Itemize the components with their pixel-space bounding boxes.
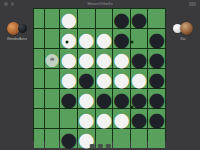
board-cell[interactable]: ● xyxy=(60,129,77,148)
white-disc: ● xyxy=(96,110,113,129)
star-point xyxy=(65,106,68,109)
board-cell[interactable]: ● xyxy=(131,109,148,128)
board-cell[interactable] xyxy=(45,69,60,88)
black-disc: ● xyxy=(113,90,130,109)
board-cell[interactable]: ● xyxy=(131,69,148,88)
board-cell[interactable] xyxy=(131,129,148,148)
star-point xyxy=(65,40,68,43)
white-player-avatar[interactable] xyxy=(180,22,193,35)
white-disc: ● xyxy=(113,50,130,69)
board-cell[interactable]: ● xyxy=(113,49,130,68)
board-cell[interactable] xyxy=(45,89,60,108)
app-title: SmartOthello xyxy=(0,1,200,6)
board-cell[interactable]: ● xyxy=(60,49,77,68)
othello-board[interactable]: ●●●●●●●●●●●●●●●●●●●●●●●●●●●●●●●●●● xyxy=(33,8,166,141)
white-disc: ● xyxy=(96,70,113,89)
white-disc: ● xyxy=(60,50,77,69)
board-cell[interactable]: ● xyxy=(96,29,113,48)
board-cell[interactable]: ● xyxy=(96,109,113,128)
board-cell[interactable] xyxy=(34,29,44,48)
black-disc: ● xyxy=(131,50,148,69)
settings-icon[interactable] xyxy=(189,2,196,6)
board-cell[interactable] xyxy=(34,69,44,88)
white-disc: ● xyxy=(60,30,77,49)
hint-dot-icon xyxy=(50,57,54,61)
board-cell[interactable]: ● xyxy=(96,49,113,68)
status-dot-icon[interactable] xyxy=(11,2,15,6)
board-cell[interactable]: ● xyxy=(78,49,95,68)
board-cell[interactable] xyxy=(45,29,60,48)
player-white-panel: Kai xyxy=(167,22,199,41)
board-cell[interactable]: ● xyxy=(78,89,95,108)
board-cell[interactable] xyxy=(34,49,44,68)
board-cell[interactable]: ● xyxy=(96,89,113,108)
redo-icon[interactable] xyxy=(106,144,111,149)
black-disc: ● xyxy=(148,50,165,69)
black-disc: ● xyxy=(113,30,130,49)
board-cell[interactable] xyxy=(45,9,60,28)
board-cell[interactable]: ● xyxy=(78,69,95,88)
white-disc: ● xyxy=(131,70,148,89)
top-left-icons xyxy=(4,2,14,6)
board-cell[interactable]: ● xyxy=(131,9,148,28)
black-disc: ● xyxy=(148,110,165,129)
board-cell[interactable] xyxy=(78,9,95,28)
board-cell[interactable]: ● xyxy=(60,69,77,88)
black-disc: ● xyxy=(113,10,130,29)
black-player-disc-icon xyxy=(18,24,27,33)
black-disc: ● xyxy=(148,30,165,49)
black-disc: ● xyxy=(96,90,113,109)
move-hint[interactable]: ● xyxy=(45,51,60,68)
black-player-name: WonderAstra xyxy=(7,37,27,41)
white-disc: ● xyxy=(113,70,130,89)
black-disc: ● xyxy=(78,70,95,89)
black-disc: ● xyxy=(60,90,77,109)
board-cell[interactable]: ● xyxy=(78,109,95,128)
board-cell[interactable] xyxy=(34,9,44,28)
board-cell[interactable]: ● xyxy=(96,69,113,88)
status-dot-icon[interactable] xyxy=(4,2,8,6)
player-black-panel: WonderAstra xyxy=(1,22,33,41)
board-cell[interactable] xyxy=(60,109,77,128)
board-cell[interactable]: ● xyxy=(113,69,130,88)
board-cell[interactable]: ● xyxy=(131,49,148,68)
board-cell[interactable]: ● xyxy=(148,29,165,48)
star-point xyxy=(131,106,134,109)
board-cell[interactable]: ● xyxy=(113,9,130,28)
white-disc: ● xyxy=(78,50,95,69)
board-cell[interactable]: ● xyxy=(113,29,130,48)
white-disc: ● xyxy=(78,90,95,109)
board-cell[interactable]: ● xyxy=(148,49,165,68)
white-disc: ● xyxy=(60,70,77,89)
black-disc: ● xyxy=(131,110,148,129)
white-disc: ● xyxy=(113,110,130,129)
board-cell[interactable] xyxy=(131,29,148,48)
board-cell[interactable] xyxy=(148,129,165,148)
undo-icon[interactable] xyxy=(90,144,95,149)
board-cell[interactable] xyxy=(148,9,165,28)
board-cell[interactable]: ● xyxy=(131,89,148,108)
board-cell[interactable] xyxy=(96,9,113,28)
board-cell[interactable] xyxy=(45,129,60,148)
menu-icon[interactable] xyxy=(98,144,103,149)
black-disc: ● xyxy=(148,70,165,89)
black-disc: ● xyxy=(60,130,77,149)
board-cell[interactable] xyxy=(45,109,60,128)
black-disc: ● xyxy=(131,10,148,29)
board-cell[interactable]: ● xyxy=(60,29,77,48)
star-point xyxy=(131,40,134,43)
board-cell[interactable]: ● xyxy=(45,49,60,68)
white-player-name: Kai xyxy=(180,37,185,41)
white-disc: ● xyxy=(78,110,95,129)
board-cell[interactable] xyxy=(34,89,44,108)
black-disc: ● xyxy=(148,90,165,109)
board-cell[interactable] xyxy=(34,109,44,128)
white-disc: ● xyxy=(96,50,113,69)
white-disc: ● xyxy=(78,30,95,49)
board-cell[interactable] xyxy=(113,129,130,148)
board-cell[interactable]: ● xyxy=(148,109,165,128)
board-cell[interactable]: ● xyxy=(148,89,165,108)
board-cell[interactable]: ● xyxy=(60,9,77,28)
board-cell[interactable]: ● xyxy=(78,29,95,48)
board-cell[interactable]: ● xyxy=(148,69,165,88)
white-disc: ● xyxy=(96,30,113,49)
board-cell[interactable] xyxy=(34,129,44,148)
bottom-toolbar xyxy=(90,144,111,149)
board-cell[interactable]: ● xyxy=(113,89,130,108)
white-disc: ● xyxy=(60,10,77,29)
board-cell[interactable]: ● xyxy=(60,89,77,108)
board-cell[interactable]: ● xyxy=(113,109,130,128)
